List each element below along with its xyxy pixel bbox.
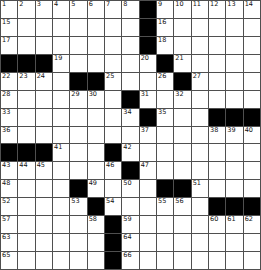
cell-r5c4[interactable] — [53, 73, 69, 90]
cell-r2c2[interactable] — [18, 19, 34, 36]
cell-r3c13[interactable] — [209, 37, 225, 54]
block-r12c13 — [209, 198, 225, 215]
clue-number: 35 — [158, 109, 166, 116]
cell-r9c11[interactable] — [174, 144, 190, 161]
cell-r9c12[interactable] — [192, 144, 208, 161]
cell-r14c11[interactable] — [174, 234, 190, 251]
cell-r9c10[interactable] — [157, 144, 173, 161]
cell-r12c1[interactable]: 52 — [1, 198, 17, 215]
cell-r7c7[interactable] — [105, 109, 121, 126]
cell-r12c3[interactable] — [36, 198, 52, 215]
cell-r15c11[interactable] — [174, 252, 190, 269]
cell-r12c2[interactable] — [18, 198, 34, 215]
clue-number: 2 — [19, 1, 23, 8]
cell-r5c2[interactable]: 23 — [18, 73, 34, 90]
clue-number: 3 — [37, 1, 41, 8]
cell-r5c3[interactable]: 24 — [36, 73, 52, 90]
cell-r8c11[interactable] — [174, 127, 190, 144]
clue-number: 54 — [106, 198, 114, 205]
cell-r13c9[interactable] — [140, 216, 156, 233]
cell-r4c7[interactable] — [105, 55, 121, 72]
cell-r13c13[interactable]: 60 — [209, 216, 225, 233]
cell-r14c2[interactable] — [18, 234, 34, 251]
cell-r7c11[interactable] — [174, 109, 190, 126]
cell-r13c11[interactable] — [174, 216, 190, 233]
cell-r1c14[interactable]: 13 — [226, 1, 242, 18]
cell-r8c10[interactable] — [157, 127, 173, 144]
clue-number: 48 — [2, 180, 10, 187]
block-r1c9 — [140, 1, 156, 18]
clue-number: 8 — [123, 1, 127, 8]
block-r7c13 — [209, 109, 225, 126]
cell-r3c5[interactable] — [70, 37, 86, 54]
crossword-grid: 1234567891011121314151617181920212223242… — [0, 0, 261, 270]
cell-r8c3[interactable] — [36, 127, 52, 144]
block-r14c7 — [105, 234, 121, 251]
cell-r13c1[interactable]: 57 — [1, 216, 17, 233]
block-r13c7 — [105, 216, 121, 233]
cell-r3c3[interactable] — [36, 37, 52, 54]
cell-r13c15[interactable]: 62 — [244, 216, 260, 233]
cell-r5c8[interactable] — [122, 73, 138, 90]
block-r12c14 — [226, 198, 242, 215]
cell-r15c3[interactable] — [36, 252, 52, 269]
cell-r14c15[interactable] — [244, 234, 260, 251]
cell-r1c15[interactable]: 14 — [244, 1, 260, 18]
cell-r1c6[interactable]: 6 — [88, 1, 104, 18]
cell-r5c13[interactable] — [209, 73, 225, 90]
block-r7c9 — [140, 109, 156, 126]
cell-r4c11[interactable]: 21 — [174, 55, 190, 72]
clue-number: 6 — [89, 1, 93, 8]
cell-r2c15[interactable] — [244, 19, 260, 36]
clue-number: 4 — [54, 1, 58, 8]
cell-r10c2[interactable]: 44 — [18, 162, 34, 179]
cell-r10c11[interactable] — [174, 162, 190, 179]
cell-r2c8[interactable] — [122, 19, 138, 36]
cell-r11c8[interactable]: 50 — [122, 180, 138, 197]
cell-r9c5[interactable] — [70, 144, 86, 161]
cell-r14c5[interactable] — [70, 234, 86, 251]
block-r12c6 — [88, 198, 104, 215]
block-r5c5 — [70, 73, 86, 90]
cell-r8c14[interactable]: 39 — [226, 127, 242, 144]
cell-r1c11[interactable]: 10 — [174, 1, 190, 18]
cell-r14c10[interactable] — [157, 234, 173, 251]
clue-number: 42 — [123, 144, 131, 151]
cell-r11c2[interactable] — [18, 180, 34, 197]
cell-r6c7[interactable] — [105, 91, 121, 108]
cell-r10c3[interactable]: 45 — [36, 162, 52, 179]
clue-number: 13 — [227, 1, 235, 8]
cell-r2c6[interactable] — [88, 19, 104, 36]
cell-r6c5[interactable]: 29 — [70, 91, 86, 108]
cell-r2c4[interactable] — [53, 19, 69, 36]
cell-r11c9[interactable] — [140, 180, 156, 197]
cell-r10c4[interactable] — [53, 162, 69, 179]
clue-number: 5 — [71, 1, 75, 8]
cell-r6c9[interactable]: 31 — [140, 91, 156, 108]
cell-r3c15[interactable] — [244, 37, 260, 54]
block-r3c9 — [140, 37, 156, 54]
cell-r12c9[interactable] — [140, 198, 156, 215]
clue-number: 41 — [54, 144, 62, 151]
cell-r11c12[interactable]: 51 — [192, 180, 208, 197]
cell-r7c12[interactable] — [192, 109, 208, 126]
cell-r10c10[interactable] — [157, 162, 173, 179]
cell-r6c4[interactable] — [53, 91, 69, 108]
cell-r11c13[interactable] — [209, 180, 225, 197]
block-r10c8 — [122, 162, 138, 179]
cell-r6c13[interactable] — [209, 91, 225, 108]
cell-r1c1[interactable]: 1 — [1, 1, 17, 18]
cell-r13c6[interactable]: 58 — [88, 216, 104, 233]
cell-r2c13[interactable] — [209, 19, 225, 36]
cell-r14c12[interactable] — [192, 234, 208, 251]
clue-number: 24 — [37, 73, 45, 80]
cell-r8c12[interactable] — [192, 127, 208, 144]
cell-r3c10[interactable]: 18 — [157, 37, 173, 54]
cell-r14c3[interactable] — [36, 234, 52, 251]
cell-r4c14[interactable] — [226, 55, 242, 72]
clue-number: 16 — [158, 19, 166, 26]
cell-r7c8[interactable]: 34 — [122, 109, 138, 126]
cell-r6c10[interactable] — [157, 91, 173, 108]
clue-number: 40 — [245, 127, 253, 134]
clue-number: 57 — [2, 216, 10, 223]
clue-number: 29 — [71, 91, 79, 98]
clue-number: 59 — [123, 216, 131, 223]
cell-r6c6[interactable]: 30 — [88, 91, 104, 108]
cell-r3c6[interactable] — [88, 37, 104, 54]
cell-r1c13[interactable]: 12 — [209, 1, 225, 18]
block-r2c9 — [140, 19, 156, 36]
cell-r4c13[interactable] — [209, 55, 225, 72]
cell-r6c12[interactable] — [192, 91, 208, 108]
block-r5c6 — [88, 73, 104, 90]
clue-number: 15 — [2, 19, 10, 26]
block-r9c1 — [1, 144, 17, 161]
block-r4c2 — [18, 55, 34, 72]
clue-number: 55 — [158, 198, 166, 205]
cell-r14c8[interactable]: 64 — [122, 234, 138, 251]
cell-r15c4[interactable] — [53, 252, 69, 269]
clue-number: 52 — [2, 198, 10, 205]
clue-number: 53 — [71, 198, 79, 205]
cell-r15c9[interactable] — [140, 252, 156, 269]
cell-r2c12[interactable] — [192, 19, 208, 36]
cell-r11c3[interactable] — [36, 180, 52, 197]
cell-r10c15[interactable] — [244, 162, 260, 179]
cell-r6c2[interactable] — [18, 91, 34, 108]
clue-number: 63 — [2, 234, 10, 241]
cell-r11c15[interactable] — [244, 180, 260, 197]
clue-number: 58 — [89, 216, 97, 223]
cell-r8c15[interactable]: 40 — [244, 127, 260, 144]
cell-r9c4[interactable]: 41 — [53, 144, 69, 161]
clue-number: 7 — [106, 1, 110, 8]
cell-r8c13[interactable]: 38 — [209, 127, 225, 144]
cell-r10c12[interactable] — [192, 162, 208, 179]
clue-number: 44 — [19, 162, 27, 169]
cell-r10c14[interactable] — [226, 162, 242, 179]
clue-number: 30 — [89, 91, 97, 98]
clue-number: 14 — [245, 1, 253, 8]
cell-r15c13[interactable] — [209, 252, 225, 269]
cell-r15c12[interactable] — [192, 252, 208, 269]
cell-r6c15[interactable] — [244, 91, 260, 108]
block-r6c8 — [122, 91, 138, 108]
cell-r7c6[interactable] — [88, 109, 104, 126]
cell-r13c5[interactable] — [70, 216, 86, 233]
clue-number: 27 — [193, 73, 201, 80]
clue-number: 21 — [175, 55, 183, 62]
block-r4c10 — [157, 55, 173, 72]
cell-r14c9[interactable] — [140, 234, 156, 251]
cell-r14c4[interactable] — [53, 234, 69, 251]
cell-r7c10[interactable]: 35 — [157, 109, 173, 126]
clue-number: 49 — [89, 180, 97, 187]
cell-r4c15[interactable] — [244, 55, 260, 72]
block-r7c15 — [244, 109, 260, 126]
cell-r4c12[interactable] — [192, 55, 208, 72]
cell-r8c9[interactable]: 37 — [140, 127, 156, 144]
clue-number: 11 — [193, 1, 201, 8]
cell-r8c5[interactable] — [70, 127, 86, 144]
clue-number: 37 — [141, 127, 149, 134]
cell-r13c3[interactable] — [36, 216, 52, 233]
clue-number: 65 — [2, 252, 10, 259]
clue-number: 38 — [210, 127, 218, 134]
cell-r15c10[interactable] — [157, 252, 173, 269]
block-r7c14 — [226, 109, 242, 126]
cell-r1c2[interactable]: 2 — [18, 1, 34, 18]
cell-r1c12[interactable]: 11 — [192, 1, 208, 18]
cell-r12c4[interactable] — [53, 198, 69, 215]
cell-r11c6[interactable]: 49 — [88, 180, 104, 197]
cell-r2c7[interactable] — [105, 19, 121, 36]
block-r5c11 — [174, 73, 190, 90]
clue-number: 36 — [2, 127, 10, 134]
cell-r13c14[interactable]: 61 — [226, 216, 242, 233]
cell-r5c9[interactable] — [140, 73, 156, 90]
clue-number: 34 — [123, 109, 131, 116]
clue-number: 10 — [175, 1, 183, 8]
clue-number: 50 — [123, 180, 131, 187]
clue-number: 26 — [158, 73, 166, 80]
clue-number: 43 — [2, 162, 10, 169]
cell-r3c4[interactable] — [53, 37, 69, 54]
cell-r7c4[interactable] — [53, 109, 69, 126]
cell-r13c4[interactable] — [53, 216, 69, 233]
clue-number: 31 — [141, 91, 149, 98]
cell-r9c9[interactable] — [140, 144, 156, 161]
cell-r9c14[interactable] — [226, 144, 242, 161]
cell-r11c7[interactable] — [105, 180, 121, 197]
cell-r3c8[interactable] — [122, 37, 138, 54]
block-r9c2 — [18, 144, 34, 161]
cell-r3c12[interactable] — [192, 37, 208, 54]
clue-number: 18 — [158, 37, 166, 44]
cell-r6c14[interactable] — [226, 91, 242, 108]
cell-r15c14[interactable] — [226, 252, 242, 269]
cell-r15c6[interactable] — [88, 252, 104, 269]
cell-r9c8[interactable]: 42 — [122, 144, 138, 161]
block-r4c1 — [1, 55, 17, 72]
cell-r13c2[interactable] — [18, 216, 34, 233]
cell-r4c9[interactable]: 20 — [140, 55, 156, 72]
cell-r11c1[interactable]: 48 — [1, 180, 17, 197]
clue-number: 45 — [37, 162, 45, 169]
cell-r1c3[interactable]: 3 — [36, 1, 52, 18]
cell-r8c1[interactable]: 36 — [1, 127, 17, 144]
cell-r7c3[interactable] — [36, 109, 52, 126]
cell-r5c1[interactable]: 22 — [1, 73, 17, 90]
cell-r3c1[interactable]: 17 — [1, 37, 17, 54]
cell-r12c10[interactable]: 55 — [157, 198, 173, 215]
cell-r4c6[interactable] — [88, 55, 104, 72]
cell-r12c8[interactable] — [122, 198, 138, 215]
cell-r10c7[interactable]: 46 — [105, 162, 121, 179]
cell-r11c14[interactable] — [226, 180, 242, 197]
cell-r7c1[interactable]: 33 — [1, 109, 17, 126]
cell-r10c9[interactable]: 47 — [140, 162, 156, 179]
cell-r5c10[interactable]: 26 — [157, 73, 173, 90]
clue-number: 9 — [158, 1, 162, 8]
cell-r4c4[interactable]: 19 — [53, 55, 69, 72]
cell-r9c15[interactable] — [244, 144, 260, 161]
cell-r15c2[interactable] — [18, 252, 34, 269]
cell-r10c6[interactable] — [88, 162, 104, 179]
cell-r4c8[interactable] — [122, 55, 138, 72]
clue-number: 60 — [210, 216, 218, 223]
cell-r14c14[interactable] — [226, 234, 242, 251]
cell-r6c3[interactable] — [36, 91, 52, 108]
cell-r13c12[interactable] — [192, 216, 208, 233]
clue-number: 22 — [2, 73, 10, 80]
cell-r2c11[interactable] — [174, 19, 190, 36]
clue-number: 25 — [106, 73, 114, 80]
clue-number: 33 — [2, 109, 10, 116]
clue-number: 61 — [227, 216, 235, 223]
clue-number: 12 — [210, 1, 218, 8]
cell-r14c6[interactable] — [88, 234, 104, 251]
clue-number: 56 — [175, 198, 183, 205]
cell-r1c4[interactable]: 4 — [53, 1, 69, 18]
cell-r12c7[interactable]: 54 — [105, 198, 121, 215]
cell-r15c5[interactable] — [70, 252, 86, 269]
cell-r15c8[interactable]: 66 — [122, 252, 138, 269]
clue-number: 20 — [141, 55, 149, 62]
cell-r11c4[interactable] — [53, 180, 69, 197]
cell-r2c1[interactable]: 15 — [1, 19, 17, 36]
cell-r6c11[interactable]: 32 — [174, 91, 190, 108]
cell-r12c5[interactable]: 53 — [70, 198, 86, 215]
cell-r14c13[interactable] — [209, 234, 225, 251]
cell-r3c14[interactable] — [226, 37, 242, 54]
cell-r9c6[interactable] — [88, 144, 104, 161]
clue-number: 39 — [227, 127, 235, 134]
cell-r5c15[interactable] — [244, 73, 260, 90]
clue-number: 47 — [141, 162, 149, 169]
cell-r13c8[interactable]: 59 — [122, 216, 138, 233]
cell-r10c5[interactable] — [70, 162, 86, 179]
cell-r10c13[interactable] — [209, 162, 225, 179]
cell-r4c5[interactable] — [70, 55, 86, 72]
clue-number: 62 — [245, 216, 253, 223]
cell-r2c14[interactable] — [226, 19, 242, 36]
cell-r12c12[interactable] — [192, 198, 208, 215]
cell-r5c7[interactable]: 25 — [105, 73, 121, 90]
cell-r10c1[interactable]: 43 — [1, 162, 17, 179]
cell-r2c10[interactable]: 16 — [157, 19, 173, 36]
block-r9c7 — [105, 144, 121, 161]
cell-r2c5[interactable] — [70, 19, 86, 36]
cell-r15c15[interactable] — [244, 252, 260, 269]
block-r12c15 — [244, 198, 260, 215]
clue-number: 32 — [175, 91, 183, 98]
block-r4c3 — [36, 55, 52, 72]
clue-number: 28 — [2, 91, 10, 98]
cell-r3c2[interactable] — [18, 37, 34, 54]
cell-r3c7[interactable] — [105, 37, 121, 54]
cell-r13c10[interactable] — [157, 216, 173, 233]
clue-number: 51 — [193, 180, 201, 187]
cell-r1c5[interactable]: 5 — [70, 1, 86, 18]
block-r11c5 — [70, 180, 86, 197]
block-r11c11 — [174, 180, 190, 197]
cell-r12c11[interactable]: 56 — [174, 198, 190, 215]
clue-number: 46 — [106, 162, 114, 169]
clue-number: 64 — [123, 234, 131, 241]
cell-r15c1[interactable]: 65 — [1, 252, 17, 269]
clue-number: 19 — [54, 55, 62, 62]
cell-r8c2[interactable] — [18, 127, 34, 144]
cell-r8c6[interactable] — [88, 127, 104, 144]
cell-r5c14[interactable] — [226, 73, 242, 90]
clue-number: 17 — [2, 37, 10, 44]
block-r9c3 — [36, 144, 52, 161]
cell-r7c5[interactable] — [70, 109, 86, 126]
cell-r8c7[interactable] — [105, 127, 121, 144]
clue-number: 23 — [19, 73, 27, 80]
cell-r3c11[interactable] — [174, 37, 190, 54]
crossword-puzzle: 1234567891011121314151617181920212223242… — [0, 0, 261, 270]
cell-r14c1[interactable]: 63 — [1, 234, 17, 251]
cell-r5c12[interactable]: 27 — [192, 73, 208, 90]
cell-r1c7[interactable]: 7 — [105, 1, 121, 18]
clue-number: 1 — [2, 1, 6, 8]
cell-r7c2[interactable] — [18, 109, 34, 126]
cell-r8c8[interactable] — [122, 127, 138, 144]
clue-number: 66 — [123, 252, 131, 259]
cell-r8c4[interactable] — [53, 127, 69, 144]
block-r11c10 — [157, 180, 173, 197]
cell-r1c8[interactable]: 8 — [122, 1, 138, 18]
cell-r6c1[interactable]: 28 — [1, 91, 17, 108]
cell-r1c10[interactable]: 9 — [157, 1, 173, 18]
cell-r9c13[interactable] — [209, 144, 225, 161]
block-r15c7 — [105, 252, 121, 269]
cell-r2c3[interactable] — [36, 19, 52, 36]
